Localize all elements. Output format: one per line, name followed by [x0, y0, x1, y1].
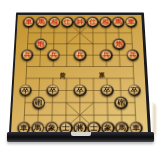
- piece-face: 卒: [21, 86, 31, 95]
- piece-character: 相: [51, 19, 58, 25]
- piece-character: 車: [25, 19, 32, 25]
- piece-black-卒-f9r7[interactable]: 卒: [127, 84, 141, 96]
- piece-character: 士: [62, 124, 70, 131]
- piece-face: 卒: [75, 86, 85, 95]
- piece-character: 卒: [103, 87, 110, 94]
- piece-face: 卒: [129, 86, 139, 95]
- piece-red-兵-f9r4[interactable]: 兵: [126, 49, 139, 61]
- piece-character: 馬: [34, 124, 42, 131]
- board-side-edge: [153, 103, 156, 135]
- product-photo-backdrop: 楚河 漢界 車馬相仕帥仕相馬車炮炮兵兵兵兵兵卒卒卒卒卒砲砲車馬象士將士象馬車: [0, 0, 160, 160]
- piece-face: 兵: [22, 51, 32, 59]
- piece-character: 炮: [37, 41, 44, 47]
- piece-black-砲-f8r8[interactable]: 砲: [114, 96, 128, 109]
- piece-character: 車: [20, 124, 28, 131]
- piece-face: 相: [50, 18, 59, 26]
- xiangqi-board: 楚河 漢界 車馬相仕帥仕相馬車炮炮兵兵兵兵兵卒卒卒卒卒砲砲車馬象士將士象馬車: [9, 13, 151, 133]
- piece-face: 炮: [36, 40, 45, 48]
- piece-character: 馬: [115, 19, 122, 25]
- piece-red-仕-f4r1[interactable]: 仕: [61, 17, 73, 28]
- piece-character: 兵: [129, 52, 136, 58]
- piece-character: 砲: [35, 99, 43, 106]
- piece-face: 帥: [75, 18, 84, 26]
- piece-face: 仕: [88, 18, 97, 26]
- piece-character: 卒: [131, 87, 139, 94]
- piece-character: 象: [104, 124, 112, 131]
- piece-character: 車: [128, 19, 135, 25]
- piece-black-卒-f7r7[interactable]: 卒: [100, 84, 113, 96]
- piece-face: 兵: [128, 51, 138, 59]
- piece-red-炮-f8r3[interactable]: 炮: [113, 38, 126, 49]
- board-grid-lines: [11, 15, 148, 133]
- piece-character: 兵: [50, 52, 57, 58]
- piece-red-帥-f5r1[interactable]: 帥: [74, 17, 86, 28]
- piece-red-兵-f5r4[interactable]: 兵: [74, 49, 87, 61]
- piece-face: 砲: [34, 98, 44, 107]
- piece-character: 象: [48, 124, 56, 131]
- piece-face: 卒: [48, 86, 58, 95]
- board-front-frame: [7, 132, 154, 142]
- piece-face: 卒: [102, 86, 112, 95]
- piece-face: 仕: [63, 18, 72, 26]
- board-surface[interactable]: 楚河 漢界 車馬相仕帥仕相馬車炮炮兵兵兵兵兵卒卒卒卒卒砲砲車馬象士將士象馬車: [11, 15, 148, 133]
- piece-character: 卒: [76, 87, 83, 94]
- piece-face: 炮: [114, 40, 123, 48]
- river-label-chu-he: 楚河: [60, 68, 66, 70]
- piece-black-卒-f5r7[interactable]: 卒: [73, 84, 86, 96]
- piece-character: 卒: [49, 87, 56, 94]
- piece-face: 車: [126, 18, 135, 26]
- piece-red-相-f7r1[interactable]: 相: [99, 17, 112, 28]
- piece-character: 帥: [76, 19, 83, 25]
- piece-character: 相: [102, 19, 109, 25]
- piece-face: 車: [24, 18, 33, 26]
- piece-character: 卒: [22, 87, 30, 94]
- piece-character: 馬: [38, 19, 45, 25]
- piece-face: 相: [101, 18, 110, 26]
- piece-face: 兵: [75, 51, 84, 59]
- piece-character: 兵: [103, 52, 110, 58]
- piece-face: 兵: [49, 51, 58, 59]
- piece-character: 仕: [89, 19, 96, 25]
- piece-character: 車: [132, 124, 140, 131]
- piece-face: 兵: [102, 51, 111, 59]
- piece-character: 仕: [64, 19, 71, 25]
- piece-character: 兵: [23, 52, 30, 58]
- piece-face: 砲: [116, 98, 126, 107]
- piece-character: 炮: [115, 41, 122, 47]
- piece-red-兵-f7r4[interactable]: 兵: [100, 49, 113, 61]
- piece-character: 將: [76, 124, 83, 131]
- piece-character: 馬: [118, 124, 126, 131]
- piece-red-仕-f6r1[interactable]: 仕: [87, 17, 99, 28]
- piece-character: 砲: [117, 99, 125, 106]
- piece-red-車-f9r1[interactable]: 車: [125, 17, 138, 28]
- piece-face: 馬: [37, 18, 46, 26]
- piece-face: 馬: [114, 18, 123, 26]
- latch-clasp: [71, 132, 91, 136]
- river-label-han-jie: 漢界: [99, 67, 105, 69]
- piece-character: 士: [90, 124, 98, 131]
- piece-red-馬-f8r1[interactable]: 馬: [112, 17, 125, 28]
- piece-character: 兵: [76, 52, 83, 58]
